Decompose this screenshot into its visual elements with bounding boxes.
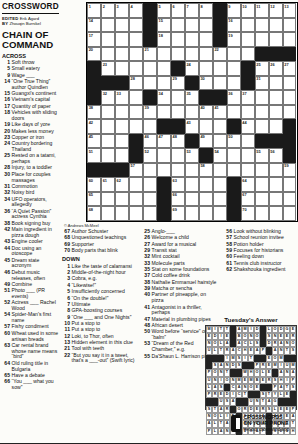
cell-r3c13[interactable] <box>255 32 269 47</box>
down-clue-22: 22“But you say it in a tweet, that's a _… <box>62 353 139 365</box>
black-cell-r6c1 <box>87 76 101 91</box>
cell-r8c3[interactable] <box>115 105 129 120</box>
cell-r12c7[interactable] <box>171 163 185 178</box>
fourth-column: 56Look without blinking57School reunion … <box>224 229 297 273</box>
cell-r5c11[interactable] <box>227 61 241 76</box>
black-cell-r10c8 <box>185 134 199 149</box>
black-cell-r3c10 <box>213 32 227 47</box>
black-cell-r11c15 <box>283 148 297 163</box>
cell-r4c11[interactable] <box>227 47 241 62</box>
cell-r14c12[interactable]: 67 <box>241 192 255 207</box>
across-clue-44: 44Doc using an otoscope <box>2 246 59 258</box>
across-clue-30: 30Place for couples massages <box>2 172 59 184</box>
cell-r2c3[interactable] <box>115 18 129 33</box>
black-cell-r2c5 <box>143 18 157 33</box>
cell-r1c6[interactable]: 5 <box>157 3 171 18</box>
cell-r5c15[interactable]: 27 <box>283 61 297 76</box>
cell-r7c6[interactable]: 34 <box>157 90 171 105</box>
across-clue-70: 70Body parts that blink <box>62 248 139 254</box>
cell-r14c10[interactable] <box>213 192 227 207</box>
cell-r6c6[interactable] <box>157 76 171 91</box>
black-cell-r3c5 <box>143 32 157 47</box>
black-cell-r5c1 <box>87 61 101 76</box>
cell-r1c9[interactable]: 8 <box>199 3 213 18</box>
cell-r1c14[interactable]: 12 <box>269 3 283 18</box>
cell-r10c1[interactable]: 45 <box>87 134 101 149</box>
cell-r10c11[interactable]: 50 <box>227 134 241 149</box>
cell-r4c1[interactable]: 20 <box>87 47 101 62</box>
black-cell-r11c9 <box>199 148 213 163</box>
cell-r8c9[interactable]: 40 <box>199 105 213 120</box>
across-clue-45: 45Dream state acronym <box>2 258 59 270</box>
cell-r1c1[interactable]: 1 <box>87 3 101 18</box>
across-clue-list: 1Soft throw5Small eatery9Wage ___14“One … <box>2 60 59 391</box>
cell-r14c9[interactable] <box>199 192 213 207</box>
cell-r11c5[interactable]: 52 <box>143 148 157 163</box>
answer-cell-r4c15: S <box>290 347 296 354</box>
cell-r6c9[interactable]: 30 <box>199 76 213 91</box>
cell-r8c4[interactable] <box>129 105 143 120</box>
across-heading: ACROSS <box>2 53 59 59</box>
cell-r14c15[interactable] <box>283 192 297 207</box>
black-cell-r14c6 <box>157 192 171 207</box>
cell-r1c13[interactable]: 11 <box>255 3 269 18</box>
black-cell-r6c12 <box>241 76 255 91</box>
cell-r10c5[interactable]: 46 <box>143 134 157 149</box>
cell-r9c5[interactable] <box>143 119 157 134</box>
across-clue-24: 24Country bordering Thailand <box>2 141 59 153</box>
black-cell-r10c14 <box>269 134 283 149</box>
down-heading: DOWN <box>62 256 139 262</box>
cell-r2c6[interactable]: 15 <box>157 18 171 33</box>
answer-cell-r3c15: O <box>290 340 296 347</box>
cell-r12c14[interactable] <box>269 163 283 178</box>
cell-r6c13[interactable]: 31 <box>255 76 269 91</box>
cell-r15c5[interactable] <box>143 206 157 221</box>
cell-r5c8[interactable]: 24 <box>185 61 199 76</box>
cell-r14c3[interactable] <box>115 192 129 207</box>
cell-r15c1[interactable]: 68 <box>87 206 101 221</box>
cell-r15c8[interactable] <box>185 206 199 221</box>
cell-r3c7[interactable] <box>171 32 185 47</box>
cell-r9c14[interactable] <box>269 119 283 134</box>
cell-r8c7[interactable] <box>171 105 185 120</box>
black-cell-r15c6 <box>157 206 171 221</box>
cell-r11c11[interactable] <box>227 148 241 163</box>
cell-r2c8[interactable] <box>185 18 199 33</box>
black-cell-r1c5 <box>143 3 157 18</box>
cell-r11c12[interactable] <box>241 148 255 163</box>
across-clue-list-cont: 67Author Schuster68Unquestioned teaching… <box>62 229 139 254</box>
black-cell-r6c2 <box>101 76 115 91</box>
cell-r4c8[interactable] <box>185 47 199 62</box>
across-clue-64: 64Old ruling title in Bulgaria <box>2 361 59 373</box>
cell-r5c5[interactable] <box>143 61 157 76</box>
black-cell-r7c5 <box>143 90 157 105</box>
cell-r6c7[interactable]: 29 <box>171 76 185 91</box>
cell-r9c8[interactable]: 43 <box>185 119 199 134</box>
cell-r3c15[interactable] <box>283 32 297 47</box>
cell-r4c3[interactable] <box>115 47 129 62</box>
cell-r8c13[interactable] <box>255 105 269 120</box>
cell-r14c4[interactable] <box>129 192 143 207</box>
cell-r7c14[interactable] <box>269 90 283 105</box>
promo-line2: ON YOUR PHONE <box>244 421 289 427</box>
answer-cell-r7c15: A <box>290 369 296 376</box>
cell-r13c9[interactable] <box>199 177 213 192</box>
cell-r7c13[interactable] <box>255 90 269 105</box>
black-cell-r9c6 <box>157 119 171 134</box>
cell-r2c15[interactable] <box>283 18 297 33</box>
cell-r2c13[interactable] <box>255 18 269 33</box>
cell-r12c10[interactable] <box>213 163 227 178</box>
cell-r1c15[interactable]: 13 <box>283 3 297 18</box>
cell-r12c8[interactable] <box>185 163 199 178</box>
cell-r13c8[interactable] <box>185 177 199 192</box>
cell-r11c7[interactable] <box>171 148 185 163</box>
black-cell-r10c13 <box>255 134 269 149</box>
kicker-rule <box>2 13 59 14</box>
cell-r2c7[interactable] <box>171 18 185 33</box>
cell-r3c3[interactable] <box>115 32 129 47</box>
cell-r8c12[interactable] <box>241 105 255 120</box>
cell-r7c4[interactable] <box>129 90 143 105</box>
cell-r13c12[interactable]: 64 <box>241 177 255 192</box>
down-clue-62: 62Shakshouka ingredient <box>224 267 297 273</box>
answer-cell-r12c15: P <box>290 406 296 413</box>
black-cell-r13c11 <box>227 177 241 192</box>
cell-r9c3[interactable] <box>115 119 129 134</box>
cell-r10c10[interactable] <box>213 134 227 149</box>
black-cell-r13c6 <box>157 177 171 192</box>
cell-r4c5[interactable]: 21 <box>143 47 157 62</box>
black-cell-r12c2 <box>101 163 115 178</box>
cell-r1c8[interactable]: 7 <box>185 3 199 18</box>
cell-r3c4[interactable] <box>129 32 143 47</box>
cell-r3c9[interactable] <box>199 32 213 47</box>
cell-r11c8[interactable]: 53 <box>185 148 199 163</box>
black-cell-r2c10 <box>213 18 227 33</box>
answer-cell-r6c15: M <box>290 362 296 369</box>
cell-r13c2[interactable]: 61 <box>101 177 115 192</box>
cell-r6c15[interactable] <box>283 76 297 91</box>
cell-r10c2[interactable] <box>101 134 115 149</box>
tuesdays-answer-grid: MITTAMIDLODGEEDIEBONOSNEERNOLAACLSDRANOU… <box>205 325 297 410</box>
cell-r1c2[interactable]: 2 <box>101 3 115 18</box>
cell-r8c6[interactable] <box>157 105 171 120</box>
cell-r13c14[interactable] <box>269 177 283 192</box>
cell-r1c12[interactable]: 10 <box>241 3 255 18</box>
cell-r10c6[interactable]: 47 <box>157 134 171 149</box>
cell-r8c10[interactable]: 41 <box>213 105 227 120</box>
across-clue-46: 46Debut music releases, often <box>2 270 59 282</box>
cell-r15c2[interactable] <box>101 206 115 221</box>
answer-cell-r5c15 <box>290 355 296 362</box>
across-clue-51: 51Photo ___ (PR events) <box>2 288 59 300</box>
cell-r15c10[interactable] <box>213 206 227 221</box>
across-clue-34: 34UFO operators, allegedly <box>2 197 59 209</box>
cell-r1c11[interactable]: 9 <box>227 3 241 18</box>
cell-r9c2[interactable] <box>101 119 115 134</box>
across-clue-63: 63Car rental brand whose name means “bir… <box>2 343 59 360</box>
cell-r8c8[interactable] <box>185 105 199 120</box>
across-clue-54: 54Spider-Man's first name <box>2 312 59 324</box>
cell-r1c7[interactable]: 6 <box>171 3 185 18</box>
cell-r13c1[interactable]: 60 <box>87 177 101 192</box>
cell-r10c7[interactable]: 48 <box>171 134 185 149</box>
black-cell-r4c15 <box>283 47 297 62</box>
cell-r14c8[interactable] <box>185 192 199 207</box>
cell-r8c1[interactable]: 38 <box>87 105 101 120</box>
cell-r14c7[interactable]: 66 <box>171 192 185 207</box>
cell-r4c7[interactable] <box>171 47 185 62</box>
cell-r4c4[interactable] <box>129 47 143 62</box>
cell-r11c3[interactable] <box>115 148 129 163</box>
answer-cell-r8c15: P <box>290 377 296 384</box>
cell-r9c12[interactable]: 44 <box>241 119 255 134</box>
cell-r5c9[interactable] <box>199 61 213 76</box>
black-cell-r9c11 <box>227 119 241 134</box>
cell-r15c12[interactable]: 70 <box>241 206 255 221</box>
cell-r2c14[interactable] <box>269 18 283 33</box>
page-kicker: CROSSWORD <box>2 2 59 11</box>
crossword-app-promo[interactable]: CROSSWORDS ON YOUR PHONE get our crosswo… <box>231 415 298 432</box>
answer-cell-r10c15 <box>290 391 296 398</box>
puzzle-title: CHAIN OFCOMMAND <box>2 30 59 50</box>
cell-r5c10[interactable] <box>213 61 227 76</box>
cell-r10c3[interactable] <box>115 134 129 149</box>
cell-r14c5[interactable] <box>143 192 157 207</box>
cell-r15c3[interactable] <box>115 206 129 221</box>
cell-r10c12[interactable] <box>241 134 255 149</box>
tuesdays-answer-heading: Tuesday's Answer <box>205 316 297 323</box>
cell-r13c7[interactable]: 63 <box>171 177 185 192</box>
cell-r4c10[interactable]: 22 <box>213 47 227 62</box>
black-cell-r14c11 <box>227 192 241 207</box>
black-cell-r5c12 <box>241 61 255 76</box>
black-cell-r6c8 <box>185 76 199 91</box>
cell-r14c14[interactable] <box>269 192 283 207</box>
cell-r6c5[interactable] <box>143 76 157 91</box>
across-clue-66: 66“You ___ what you sow” <box>2 379 59 391</box>
cell-r14c1[interactable]: 65 <box>87 192 101 207</box>
cell-r7c12[interactable]: 37 <box>241 90 255 105</box>
cell-r4c6[interactable] <box>157 47 171 62</box>
black-cell-r4c14 <box>269 47 283 62</box>
cell-r13c10[interactable] <box>213 177 227 192</box>
across-clue-18: 18Vehicles with sliding doors <box>2 110 59 122</box>
cell-r15c15[interactable] <box>283 206 297 221</box>
cell-r5c3[interactable] <box>115 61 129 76</box>
cell-r11c6[interactable] <box>157 148 171 163</box>
cell-r13c4[interactable] <box>129 177 143 192</box>
across-clue-14: 14“One True Thing” author Quindlen <box>2 79 59 91</box>
cell-r4c12[interactable] <box>241 47 255 62</box>
cell-r4c9[interactable] <box>199 47 213 62</box>
answer-cell-r2c15: R <box>290 333 296 340</box>
black-cell-r7c1 <box>87 90 101 105</box>
cell-r11c14[interactable]: 56 <box>269 148 283 163</box>
black-cell-r11c4 <box>129 148 143 163</box>
cell-r12c6[interactable] <box>157 163 171 178</box>
cell-r5c2[interactable]: 23 <box>101 61 115 76</box>
by-label: BY <box>2 21 8 26</box>
cell-r9c9[interactable] <box>199 119 213 134</box>
black-cell-r9c15 <box>283 119 297 134</box>
cell-r12c11[interactable] <box>227 163 241 178</box>
cell-r14c2[interactable] <box>101 192 115 207</box>
cell-r3c11[interactable]: 19 <box>227 32 241 47</box>
cell-r9c13[interactable] <box>255 119 269 134</box>
cell-r3c6[interactable]: 18 <box>157 32 171 47</box>
cell-r7c3[interactable]: 33 <box>115 90 129 105</box>
cell-r11c13[interactable]: 55 <box>255 148 269 163</box>
cell-r12c9[interactable]: 58 <box>199 163 213 178</box>
cell-r13c15[interactable] <box>283 177 297 192</box>
cell-r8c14[interactable] <box>269 105 283 120</box>
cell-r15c4[interactable] <box>129 206 143 221</box>
across-clue-52: 52Actress ___ Rachel Wood <box>2 300 59 312</box>
cell-r6c11[interactable] <box>227 76 241 91</box>
cell-r8c15[interactable] <box>283 105 297 120</box>
answer-cell-r11c15 <box>290 398 296 405</box>
cell-r2c9[interactable] <box>199 18 213 33</box>
cell-r8c5[interactable]: 39 <box>143 105 157 120</box>
cell-r7c15[interactable] <box>283 90 297 105</box>
down-clue-list: 1Like the taste of calamansi2Middle-of-t… <box>62 264 139 364</box>
cell-r7c2[interactable]: 32 <box>101 90 115 105</box>
cell-r7c11[interactable]: 36 <box>227 90 241 105</box>
down-clue-list-end: 56Look without blinking57School reunion … <box>224 229 297 273</box>
cell-r11c1[interactable]: 51 <box>87 148 101 163</box>
cell-r8c2[interactable] <box>101 105 115 120</box>
across-clue-42: 42Main ingredient in pizza dough <box>2 227 59 239</box>
cell-r5c14[interactable]: 26 <box>269 61 283 76</box>
cell-r3c2[interactable] <box>101 32 115 47</box>
promo-line3: get our crossword app <box>244 427 289 432</box>
second-column: 67Author Schuster68Unquestioned teaching… <box>62 229 139 365</box>
cell-r1c3[interactable]: 3 <box>115 3 129 18</box>
crossword-grid[interactable]: 1234567891011121314151617181920212223242… <box>86 2 298 222</box>
cell-r3c14[interactable] <box>269 32 283 47</box>
cell-r10c9[interactable]: 49 <box>199 134 213 149</box>
across-clue-25: 25Rested on a tatami, perhaps <box>2 153 59 165</box>
cell-r9c10[interactable] <box>213 119 227 134</box>
across-clue-60: 60Wheat used in some artisan breads <box>2 331 59 343</box>
cell-r8c11[interactable] <box>227 105 241 120</box>
black-cell-r9c7 <box>171 119 185 134</box>
cell-r7c7[interactable] <box>171 90 185 105</box>
answer-cell-r1c15: E <box>290 326 296 333</box>
cell-r9c1[interactable]: 42 <box>87 119 101 134</box>
black-cell-r5c7 <box>171 61 185 76</box>
bottom-rule <box>0 443 298 444</box>
cell-r13c3[interactable]: 62 <box>115 177 129 192</box>
across-clue-36: 36“A Quiet Passion” actress Cynthia <box>2 209 59 221</box>
cell-r12c15[interactable]: 59 <box>283 163 297 178</box>
cell-r5c13[interactable]: 25 <box>255 61 269 76</box>
cell-r12c13[interactable] <box>255 163 269 178</box>
cell-r12c12[interactable] <box>241 163 255 178</box>
cell-r2c11[interactable]: 16 <box>227 18 241 33</box>
phone-icon <box>231 415 241 432</box>
down-clue-40: 40Partner of pineapple, on pizza <box>142 292 218 304</box>
author-byline: BY Zhouqin Burnikel <box>2 21 59 26</box>
cell-r3c1[interactable]: 17 <box>87 32 101 47</box>
cell-r13c13[interactable] <box>255 177 269 192</box>
black-cell-r6c3 <box>115 76 129 91</box>
black-cell-r7c10 <box>213 90 227 105</box>
cell-r5c6[interactable] <box>157 61 171 76</box>
black-cell-r10c4 <box>129 134 143 149</box>
cell-r15c9[interactable] <box>199 206 213 221</box>
cell-r2c2[interactable] <box>101 18 115 33</box>
black-cell-r10c15 <box>283 134 297 149</box>
black-cell-r7c9 <box>199 90 213 105</box>
cell-r2c12[interactable] <box>241 18 255 33</box>
black-cell-r15c11 <box>227 206 241 221</box>
down-clue-41: 41Antagonist in a thriller, perhaps <box>142 305 218 317</box>
cell-r7c8[interactable]: 35 <box>185 90 199 105</box>
cell-r2c1[interactable]: 14 <box>87 18 101 33</box>
cell-r1c4[interactable]: 4 <box>129 3 143 18</box>
black-cell-r4c13 <box>255 47 269 62</box>
cell-r12c5[interactable] <box>143 163 157 178</box>
answer-cell-r9c15: S <box>290 384 296 391</box>
black-cell-r12c1 <box>87 163 101 178</box>
cell-r6c10[interactable] <box>213 76 227 91</box>
cell-r6c4[interactable]: 28 <box>129 76 143 91</box>
cell-r11c10[interactable]: 54 <box>213 148 227 163</box>
cell-r11c2[interactable] <box>101 148 115 163</box>
cell-r3c12[interactable] <box>241 32 255 47</box>
cell-r6c14[interactable] <box>269 76 283 91</box>
author-name: Zhouqin Burnikel <box>9 21 40 26</box>
cell-r13c5[interactable] <box>143 177 157 192</box>
black-cell-r12c3 <box>115 163 129 178</box>
cell-r15c13[interactable] <box>255 206 269 221</box>
cell-r4c2[interactable] <box>101 47 115 62</box>
cell-r5c4[interactable] <box>129 61 143 76</box>
cell-r3c8[interactable] <box>185 32 199 47</box>
cell-r15c7[interactable]: 69 <box>171 206 185 221</box>
black-cell-r1c10 <box>213 3 227 18</box>
cell-r12c4[interactable]: 57 <box>129 163 143 178</box>
cell-r2c4[interactable] <box>129 18 143 33</box>
left-column: CROSSWORD EDITED Erik Agard BY Zhouqin B… <box>2 2 59 391</box>
cell-r14c13[interactable] <box>255 192 269 207</box>
cell-r9c4[interactable] <box>129 119 143 134</box>
cell-r15c14[interactable] <box>269 206 283 221</box>
